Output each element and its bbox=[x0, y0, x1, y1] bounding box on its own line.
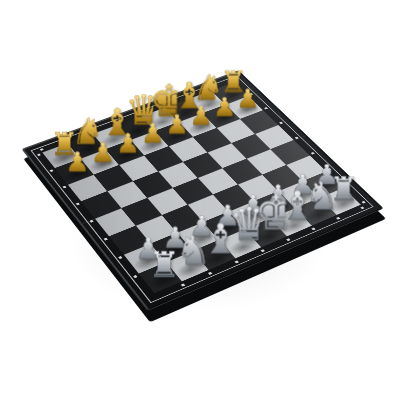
gold-pawn-glyph: ♟ bbox=[211, 94, 239, 120]
gold-pawn-glyph: ♟ bbox=[139, 120, 167, 146]
gold-pawn-glyph: ♟ bbox=[187, 103, 215, 129]
gold-pawn-glyph: ♟ bbox=[63, 148, 92, 175]
silver-knight-glyph: ♞ bbox=[175, 230, 206, 270]
gold-pawn-glyph: ♟ bbox=[163, 111, 191, 137]
gold-pawn-glyph: ♟ bbox=[89, 139, 118, 166]
chess-set-product-photo: ♜♞♝♛♚♝♞♜♟♟♟♟♟♟♟♟♟♟♟♟♟♟♟♟♜♞♝♛♚♝♞♜ bbox=[0, 0, 400, 400]
silver-rook-glyph: ♜ bbox=[148, 247, 180, 282]
gold-pawn-glyph: ♟ bbox=[114, 130, 142, 156]
